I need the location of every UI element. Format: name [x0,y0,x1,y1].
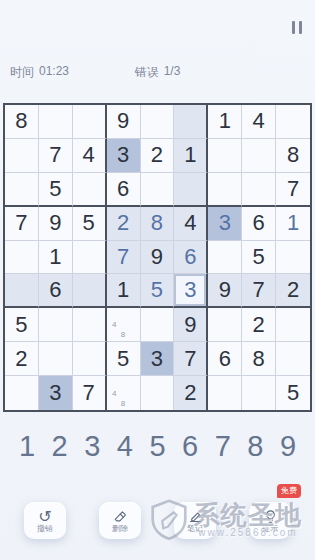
mistakes-value: 1/3 [164,64,181,81]
user-digit: 3 [219,212,231,234]
cell-r2c4[interactable]: 3 [107,139,141,173]
given-digit: 1 [184,144,196,166]
cell-r1c1[interactable]: 8 [5,105,39,139]
timer: 时间 01:23 [10,64,69,81]
given-digit: 1 [219,110,231,132]
given-digit: 3 [49,382,61,404]
hint-button[interactable]: 免费 提示 [249,502,291,539]
cell-r3c7[interactable] [208,173,242,207]
undo-label: 撤销 [37,525,53,533]
given-digit: 2 [287,279,299,301]
cell-r2c8[interactable] [242,139,276,173]
given-digit: 8 [15,110,27,132]
given-digit: 9 [117,110,129,132]
cell-r7c7[interactable] [208,308,242,342]
time-label: 时间 [10,64,34,81]
given-digit: 4 [83,144,95,166]
cell-r2c6[interactable]: 1 [174,139,208,173]
given-digit: 9 [151,246,163,268]
given-digit: 7 [83,382,95,404]
cell-r3c8[interactable] [242,173,276,207]
numpad-key-9[interactable]: 9 [275,430,301,463]
cell-r1c7[interactable]: 1 [208,105,242,139]
given-digit: 5 [49,178,61,200]
undo-icon: ↺ [37,508,53,524]
cell-r2c2[interactable]: 7 [39,139,73,173]
given-digit: 5 [83,212,95,234]
cell-r4c5[interactable]: 8 [141,207,175,241]
hint-label: 提示 [262,525,278,533]
cell-r8c8[interactable]: 8 [242,342,276,376]
given-digit: 3 [151,348,163,370]
user-digit: 5 [151,279,163,301]
given-digit: 7 [15,212,27,234]
cell-r5c5[interactable]: 9 [141,241,175,275]
user-digit: 3 [184,279,196,301]
given-digit: 2 [184,382,196,404]
pause-button[interactable] [292,21,302,34]
cell-r1c4[interactable]: 9 [107,105,141,139]
numpad-key-4[interactable]: 4 [112,430,138,463]
pencil-icon [187,508,203,524]
given-digit: 5 [117,348,129,370]
given-digit: 8 [287,144,299,166]
mistakes-label: 错误 [135,64,159,81]
cell-r8c9[interactable] [276,342,310,376]
given-digit: 2 [151,144,163,166]
cell-r6c7[interactable]: 9 [208,274,242,308]
eraser-icon [112,508,128,524]
erase-button[interactable]: 删除 [99,502,141,539]
cell-r3c9[interactable]: 7 [276,173,310,207]
bulb-icon [262,508,278,524]
cell-r6c2[interactable]: 6 [39,274,73,308]
numpad-key-5[interactable]: 5 [145,430,171,463]
cell-r5c7[interactable] [208,241,242,275]
cell-r8c7[interactable]: 6 [208,342,242,376]
cell-r1c5[interactable] [141,105,175,139]
undo-button[interactable]: ↺ 撤销 [24,502,66,539]
cell-r7c6[interactable]: 9 [174,308,208,342]
cell-r9c2[interactable]: 3 [39,376,73,410]
cell-r2c3[interactable]: 4 [73,139,107,173]
cell-r5c2[interactable]: 1 [39,241,73,275]
pencil-notes: 48 [107,376,140,410]
cell-r8c4[interactable]: 5 [107,342,141,376]
numpad-key-6[interactable]: 6 [177,430,203,463]
cell-r6c4[interactable]: 1 [107,274,141,308]
cell-r7c2[interactable] [39,308,73,342]
given-digit: 5 [253,246,265,268]
notes-button[interactable]: 笔记 [174,502,216,539]
toolbar: ↺ 撤销 删除 笔记 免费 提示 [0,502,315,539]
numpad-key-3[interactable]: 3 [79,430,105,463]
cell-r5c1[interactable] [5,241,39,275]
cell-r8c6[interactable]: 7 [174,342,208,376]
given-digit: 5 [287,382,299,404]
cell-r8c1[interactable]: 2 [5,342,39,376]
given-digit: 6 [117,178,129,200]
given-digit: 7 [184,348,196,370]
numpad-key-2[interactable]: 2 [47,430,73,463]
cell-r6c6[interactable]: 3 [174,274,208,308]
cell-r3c6[interactable] [174,173,208,207]
cell-r1c6[interactable] [174,105,208,139]
cell-r4c7[interactable]: 3 [208,207,242,241]
given-digit: 2 [253,314,265,336]
cell-r3c1[interactable] [5,173,39,207]
user-digit: 6 [184,246,196,268]
sudoku-screen: 时间 01:23 错误 1/3 891474321856779528436117… [0,0,315,560]
given-digit: 5 [15,314,27,336]
given-digit: 9 [49,212,61,234]
cell-r4c1[interactable]: 7 [5,207,39,241]
cell-r7c9[interactable] [276,308,310,342]
numpad-key-7[interactable]: 7 [210,430,236,463]
notes-label: 笔记 [187,525,203,533]
given-digit: 3 [117,144,129,166]
cell-r4c8[interactable]: 6 [242,207,276,241]
cell-r7c1[interactable]: 5 [5,308,39,342]
cell-r4c6[interactable]: 4 [174,207,208,241]
given-digit: 7 [253,279,265,301]
free-badge: 免费 [277,484,301,498]
given-digit: 7 [49,144,61,166]
cell-r5c8[interactable]: 5 [242,241,276,275]
cell-r4c3[interactable]: 5 [73,207,107,241]
given-digit: 6 [219,348,231,370]
cell-r6c9[interactable]: 2 [276,274,310,308]
cell-r9c5[interactable] [141,376,175,410]
cell-r8c2[interactable] [39,342,73,376]
cell-r7c5[interactable] [141,308,175,342]
cell-r9c9[interactable]: 5 [276,376,310,410]
user-digit: 8 [151,212,163,234]
pause-icon [292,21,295,34]
cell-r2c7[interactable] [208,139,242,173]
given-digit: 8 [253,348,265,370]
cell-r6c3[interactable] [73,274,107,308]
given-digit: 1 [49,246,61,268]
cell-r9c4[interactable]: 48 [107,376,141,410]
cell-r3c4[interactable]: 6 [107,173,141,207]
mistakes-counter: 错误 1/3 [135,64,181,81]
time-value: 01:23 [39,64,69,81]
sudoku-board: 8914743218567795284361179656153972548922… [3,103,312,412]
numpad-key-8[interactable]: 8 [242,430,268,463]
cell-r1c2[interactable] [39,105,73,139]
cell-r5c9[interactable] [276,241,310,275]
cell-r1c3[interactable] [73,105,107,139]
given-digit: 1 [117,279,129,301]
cell-r1c8[interactable]: 4 [242,105,276,139]
given-digit: 9 [184,314,196,336]
cell-r7c4[interactable]: 48 [107,308,141,342]
cell-r3c5[interactable] [141,173,175,207]
cell-r2c1[interactable] [5,139,39,173]
cell-r6c8[interactable]: 7 [242,274,276,308]
cell-r9c8[interactable] [242,376,276,410]
cell-r7c8[interactable]: 2 [242,308,276,342]
pause-icon [299,21,302,34]
cell-r9c7[interactable] [208,376,242,410]
cell-r7c3[interactable] [73,308,107,342]
cell-r1c9[interactable] [276,105,310,139]
status-bar: 时间 01:23 错误 1/3 [0,64,315,80]
cell-r2c9[interactable]: 8 [276,139,310,173]
number-pad: 123456789 [0,424,315,468]
cell-r3c2[interactable]: 5 [39,173,73,207]
cell-r9c1[interactable] [5,376,39,410]
pencil-notes: 48 [107,308,140,341]
cell-r8c5[interactable]: 3 [141,342,175,376]
cell-r5c4[interactable]: 7 [107,241,141,275]
user-digit: 2 [117,212,129,234]
given-digit: 9 [219,279,231,301]
cell-r4c4[interactable]: 2 [107,207,141,241]
numpad-key-1[interactable]: 1 [14,430,40,463]
cell-r5c3[interactable] [73,241,107,275]
cell-r9c3[interactable]: 7 [73,376,107,410]
cell-r4c2[interactable]: 9 [39,207,73,241]
given-digit: 6 [253,212,265,234]
given-digit: 4 [184,212,196,234]
user-digit: 1 [287,212,299,234]
cell-r6c1[interactable] [5,274,39,308]
cell-r9c6[interactable]: 2 [174,376,208,410]
cell-r8c3[interactable] [73,342,107,376]
cell-r3c3[interactable] [73,173,107,207]
cell-r5c6[interactable]: 6 [174,241,208,275]
cell-r6c5[interactable]: 5 [141,274,175,308]
given-digit: 4 [253,110,265,132]
erase-label: 删除 [112,525,128,533]
user-digit: 7 [117,246,129,268]
given-digit: 2 [15,348,27,370]
given-digit: 7 [287,178,299,200]
given-digit: 6 [49,279,61,301]
cell-r2c5[interactable]: 2 [141,139,175,173]
cell-r4c9[interactable]: 1 [276,207,310,241]
